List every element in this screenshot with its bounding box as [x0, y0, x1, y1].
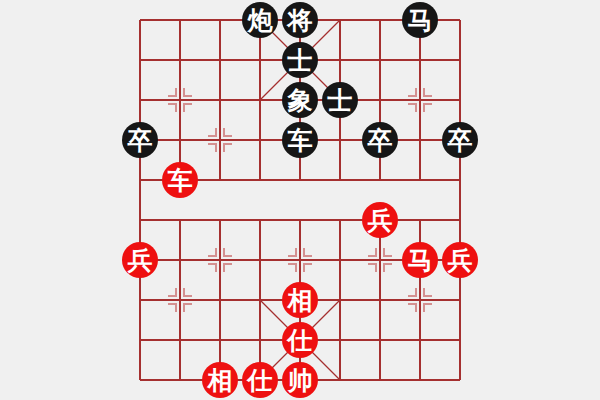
piece-black-cannon[interactable]: 炮	[242, 2, 278, 38]
piece-red-advisor-1[interactable]: 仕	[282, 322, 318, 358]
piece-red-pawn-2[interactable]: 兵	[122, 242, 158, 278]
piece-red-horse[interactable]: 马	[402, 242, 438, 278]
piece-red-pawn-3[interactable]: 兵	[442, 242, 478, 278]
piece-red-general[interactable]: 帅	[282, 362, 318, 398]
piece-red-advisor-2[interactable]: 仕	[242, 362, 278, 398]
piece-black-pawn-1[interactable]: 卒	[122, 122, 158, 158]
piece-black-pawn-2[interactable]: 卒	[362, 122, 398, 158]
piece-black-general[interactable]: 将	[282, 2, 318, 38]
pieces-layer: 炮将马士象士卒车卒卒车兵兵马兵相仕相仕帅	[120, 0, 480, 400]
piece-red-elephant-1[interactable]: 相	[282, 282, 318, 318]
piece-red-chariot[interactable]: 车	[162, 162, 198, 198]
piece-black-advisor-1[interactable]: 士	[282, 42, 318, 78]
piece-black-pawn-3[interactable]: 卒	[442, 122, 478, 158]
piece-black-elephant[interactable]: 象	[282, 82, 318, 118]
piece-black-chariot[interactable]: 车	[282, 122, 318, 158]
piece-red-pawn-1[interactable]: 兵	[362, 202, 398, 238]
piece-black-advisor-2[interactable]: 士	[322, 82, 358, 118]
xiangqi-app: 炮将马士象士卒车卒卒车兵兵马兵相仕相仕帅	[0, 0, 600, 400]
piece-black-horse[interactable]: 马	[402, 2, 438, 38]
piece-red-elephant-2[interactable]: 相	[202, 362, 238, 398]
